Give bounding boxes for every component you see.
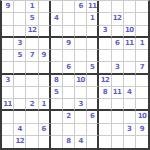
cell-r6c3-empty[interactable]	[26, 62, 38, 74]
cell-r11c5-empty[interactable]	[51, 124, 63, 136]
cell-r9c4-given[interactable]: 1	[39, 99, 51, 111]
cell-r4c11-given[interactable]: 11	[124, 38, 136, 50]
cell-r4c2-given[interactable]: 3	[14, 38, 26, 50]
cell-r7c6-empty[interactable]	[63, 75, 75, 87]
cell-r2c4-empty[interactable]	[39, 13, 51, 25]
cell-r11c2-given[interactable]: 4	[14, 124, 26, 136]
cell-r4c8-empty[interactable]	[87, 38, 99, 50]
cell-r6c5-empty[interactable]	[51, 62, 63, 74]
cell-r6c1-empty[interactable]	[2, 62, 14, 74]
cell-r9c10-empty[interactable]	[112, 99, 124, 111]
cell-r2c2-empty[interactable]	[14, 13, 26, 25]
cell-r5c6-empty[interactable]	[63, 50, 75, 62]
cell-r1c2-empty[interactable]	[14, 1, 26, 13]
cell-r7c1-given[interactable]: 3	[2, 75, 14, 87]
cell-r4c10-given[interactable]: 6	[112, 38, 124, 50]
cell-r12c9-empty[interactable]	[99, 136, 111, 148]
cell-r2c9-empty[interactable]	[99, 13, 111, 25]
cell-r10c8-given[interactable]: 6	[87, 111, 99, 123]
cell-r12c11-empty[interactable]	[124, 136, 136, 148]
cell-r8c10-given[interactable]: 11	[112, 87, 124, 99]
cell-r10c12-given[interactable]: 10	[136, 111, 148, 123]
cell-r5c5-empty[interactable]	[51, 50, 63, 62]
cell-r3c4-empty[interactable]	[39, 26, 51, 38]
cell-r1c9-empty[interactable]	[99, 1, 111, 13]
cell-r5c8-empty[interactable]	[87, 50, 99, 62]
cell-r4c9-empty[interactable]	[99, 38, 111, 50]
cell-r3c1-empty[interactable]	[2, 26, 14, 38]
cell-r9c5-empty[interactable]	[51, 99, 63, 111]
cell-r4c4-empty[interactable]	[39, 38, 51, 50]
cell-r1c5-empty[interactable]	[51, 1, 63, 13]
cell-r5c12-empty[interactable]	[136, 50, 148, 62]
cell-r3c9-given[interactable]: 3	[99, 26, 111, 38]
cell-r3c6-empty[interactable]	[63, 26, 75, 38]
cell-r2c7-empty[interactable]	[75, 13, 87, 25]
cell-r7c10-empty[interactable]	[112, 75, 124, 87]
cell-r10c9-empty[interactable]	[99, 111, 111, 123]
cell-r11c1-empty[interactable]	[2, 124, 14, 136]
cell-r1c4-empty[interactable]	[39, 1, 51, 13]
cell-r7c4-empty[interactable]	[39, 75, 51, 87]
cell-r4c3-empty[interactable]	[26, 38, 38, 50]
cell-r11c7-empty[interactable]	[75, 124, 87, 136]
cell-r6c11-empty[interactable]	[124, 62, 136, 74]
cell-r9c1-given[interactable]: 11	[2, 99, 14, 111]
cell-r2c1-empty[interactable]	[2, 13, 14, 25]
cell-r6c10-given[interactable]: 3	[112, 62, 124, 74]
cell-r8c6-empty[interactable]	[63, 87, 75, 99]
cell-r2c8-given[interactable]: 1	[87, 13, 99, 25]
cell-r10c11-empty[interactable]	[124, 111, 136, 123]
cell-r4c7-empty[interactable]	[75, 38, 87, 50]
cell-r5c2-given[interactable]: 5	[14, 50, 26, 62]
cell-r8c5-given[interactable]: 5	[51, 87, 63, 99]
cell-r2c6-empty[interactable]	[63, 13, 75, 25]
cell-r4c6-given[interactable]: 9	[63, 38, 75, 50]
cell-r6c12-given[interactable]: 7	[136, 62, 148, 74]
cell-r4c5-empty[interactable]	[51, 38, 63, 50]
cell-r3c8-empty[interactable]	[87, 26, 99, 38]
cell-r3c12-empty[interactable]	[136, 26, 148, 38]
cell-r5c7-empty[interactable]	[75, 50, 87, 62]
cell-r10c3-empty[interactable]	[26, 111, 38, 123]
cell-r10c1-empty[interactable]	[2, 111, 14, 123]
cell-r6c9-empty[interactable]	[99, 62, 111, 74]
cell-r2c11-empty[interactable]	[124, 13, 136, 25]
cell-r10c6-given[interactable]: 2	[63, 111, 75, 123]
cell-r4c12-given[interactable]: 1	[136, 38, 148, 50]
cell-r4c1-empty[interactable]	[2, 38, 14, 50]
cell-r6c2-empty[interactable]	[14, 62, 26, 74]
cell-r12c1-empty[interactable]	[2, 136, 14, 148]
cell-r9c3-given[interactable]: 2	[26, 99, 38, 111]
cell-r3c5-empty[interactable]	[51, 26, 63, 38]
cell-r2c3-given[interactable]: 5	[26, 13, 38, 25]
cell-r11c3-empty[interactable]	[26, 124, 38, 136]
cell-r12c7-given[interactable]: 4	[75, 136, 87, 148]
cell-r12c5-empty[interactable]	[51, 136, 63, 148]
cell-r10c2-empty[interactable]	[14, 111, 26, 123]
cell-r11c6-empty[interactable]	[63, 124, 75, 136]
cell-r9c2-empty[interactable]	[14, 99, 26, 111]
cell-r8c7-empty[interactable]	[75, 87, 87, 99]
cell-r6c6-given[interactable]: 6	[63, 62, 75, 74]
cell-r9c6-empty[interactable]	[63, 99, 75, 111]
cell-r5c1-empty[interactable]	[2, 50, 14, 62]
cell-r9c11-empty[interactable]	[124, 99, 136, 111]
cell-r11c12-given[interactable]: 9	[136, 124, 148, 136]
cell-r8c3-empty[interactable]	[26, 87, 38, 99]
cell-r11c8-empty[interactable]	[87, 124, 99, 136]
cell-r7c11-empty[interactable]	[124, 75, 136, 87]
cell-r12c2-given[interactable]: 12	[14, 136, 26, 148]
cell-r8c12-empty[interactable]	[136, 87, 148, 99]
cell-r1c7-given[interactable]: 6	[75, 1, 87, 13]
cell-r9c9-empty[interactable]	[99, 99, 111, 111]
cell-r10c4-empty[interactable]	[39, 111, 51, 123]
cell-r1c12-empty[interactable]	[136, 1, 148, 13]
cell-r2c10-given[interactable]: 12	[112, 13, 124, 25]
cell-r12c4-empty[interactable]	[39, 136, 51, 148]
cell-r5c10-empty[interactable]	[112, 50, 124, 62]
cell-r3c11-given[interactable]: 10	[124, 26, 136, 38]
cell-r12c10-empty[interactable]	[112, 136, 124, 148]
cell-r2c5-given[interactable]: 4	[51, 13, 63, 25]
cell-r10c10-empty[interactable]	[112, 111, 124, 123]
cell-r3c3-given[interactable]: 12	[26, 26, 38, 38]
cell-r3c2-empty[interactable]	[14, 26, 26, 38]
cell-r1c11-empty[interactable]	[124, 1, 136, 13]
cell-r8c2-empty[interactable]	[14, 87, 26, 99]
cell-r5c3-given[interactable]: 7	[26, 50, 38, 62]
cell-r2c12-empty[interactable]	[136, 13, 148, 25]
cell-r7c2-empty[interactable]	[14, 75, 26, 87]
cell-r9c12-empty[interactable]	[136, 99, 148, 111]
cell-r10c7-empty[interactable]	[75, 111, 87, 123]
cell-r6c4-empty[interactable]	[39, 62, 51, 74]
cell-r8c11-given[interactable]: 4	[124, 87, 136, 99]
cell-r8c1-empty[interactable]	[2, 87, 14, 99]
cell-r12c8-empty[interactable]	[87, 136, 99, 148]
cell-r6c8-given[interactable]: 5	[87, 62, 99, 74]
cell-r3c10-empty[interactable]	[112, 26, 124, 38]
cell-r5c11-empty[interactable]	[124, 50, 136, 62]
cell-r12c6-given[interactable]: 8	[63, 136, 75, 148]
cell-r10c5-empty[interactable]	[51, 111, 63, 123]
cell-r7c5-given[interactable]: 8	[51, 75, 63, 87]
cell-r5c4-given[interactable]: 9	[39, 50, 51, 62]
cell-r9c7-given[interactable]: 3	[75, 99, 87, 111]
cell-r1c3-given[interactable]: 1	[26, 1, 38, 13]
cell-r8c9-given[interactable]: 8	[99, 87, 111, 99]
cell-r8c4-empty[interactable]	[39, 87, 51, 99]
cell-r7c12-empty[interactable]	[136, 75, 148, 87]
cell-r7c7-given[interactable]: 10	[75, 75, 87, 87]
cell-r1c6-empty[interactable]	[63, 1, 75, 13]
cell-r1c1-given[interactable]: 9	[2, 1, 14, 13]
cell-r7c3-empty[interactable]	[26, 75, 38, 87]
cell-r11c4-given[interactable]: 6	[39, 124, 51, 136]
cell-r12c12-empty[interactable]	[136, 136, 148, 148]
cell-r7c8-empty[interactable]	[87, 75, 99, 87]
cell-r6c7-empty[interactable]	[75, 62, 87, 74]
sudoku-board: 9161154112123103961115796537381012581141…	[0, 0, 150, 150]
cell-r8c8-empty[interactable]	[87, 87, 99, 99]
cell-r11c11-given[interactable]: 3	[124, 124, 136, 136]
cell-r5c9-empty[interactable]	[99, 50, 111, 62]
cell-r1c10-empty[interactable]	[112, 1, 124, 13]
cell-r7c9-given[interactable]: 12	[99, 75, 111, 87]
cell-r9c8-empty[interactable]	[87, 99, 99, 111]
cell-r12c3-empty[interactable]	[26, 136, 38, 148]
cell-r11c10-empty[interactable]	[112, 124, 124, 136]
cell-r11c9-empty[interactable]	[99, 124, 111, 136]
cell-r3c7-empty[interactable]	[75, 26, 87, 38]
cell-r1c8-given[interactable]: 11	[87, 1, 99, 13]
